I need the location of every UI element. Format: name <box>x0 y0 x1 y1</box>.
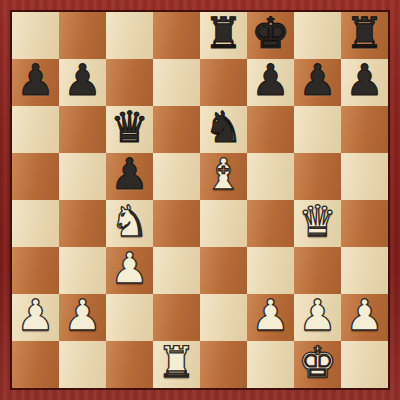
square-c1[interactable] <box>106 341 153 388</box>
square-a5[interactable] <box>12 153 59 200</box>
square-f6[interactable] <box>247 106 294 153</box>
square-a1[interactable] <box>12 341 59 388</box>
square-b5[interactable] <box>59 153 106 200</box>
square-c8[interactable] <box>106 12 153 59</box>
square-c4[interactable]: ♞ <box>106 200 153 247</box>
square-d4[interactable] <box>153 200 200 247</box>
square-b6[interactable] <box>59 106 106 153</box>
square-f1[interactable] <box>247 341 294 388</box>
square-g7[interactable]: ♟ <box>294 59 341 106</box>
square-g4[interactable]: ♛ <box>294 200 341 247</box>
square-b1[interactable] <box>59 341 106 388</box>
square-f2[interactable]: ♟ <box>247 294 294 341</box>
square-f3[interactable] <box>247 247 294 294</box>
black-pawn[interactable]: ♟ <box>16 59 55 102</box>
white-pawn[interactable]: ♟ <box>63 294 102 337</box>
square-f7[interactable]: ♟ <box>247 59 294 106</box>
black-pawn[interactable]: ♟ <box>63 59 102 102</box>
square-h3[interactable] <box>341 247 388 294</box>
square-h2[interactable]: ♟ <box>341 294 388 341</box>
square-g2[interactable]: ♟ <box>294 294 341 341</box>
black-pawn[interactable]: ♟ <box>251 59 290 102</box>
square-e7[interactable] <box>200 59 247 106</box>
square-d6[interactable] <box>153 106 200 153</box>
square-b3[interactable] <box>59 247 106 294</box>
square-b7[interactable]: ♟ <box>59 59 106 106</box>
white-pawn[interactable]: ♟ <box>110 247 149 290</box>
square-e5[interactable]: ♝ <box>200 153 247 200</box>
square-e4[interactable] <box>200 200 247 247</box>
white-pawn[interactable]: ♟ <box>298 294 337 337</box>
square-e8[interactable]: ♜ <box>200 12 247 59</box>
square-f8[interactable]: ♚ <box>247 12 294 59</box>
white-queen[interactable]: ♛ <box>298 200 337 243</box>
square-g1[interactable]: ♚ <box>294 341 341 388</box>
square-a4[interactable] <box>12 200 59 247</box>
black-queen[interactable]: ♛ <box>110 106 149 149</box>
square-e3[interactable] <box>200 247 247 294</box>
square-d2[interactable] <box>153 294 200 341</box>
square-f5[interactable] <box>247 153 294 200</box>
square-e2[interactable] <box>200 294 247 341</box>
square-d7[interactable] <box>153 59 200 106</box>
black-rook[interactable]: ♜ <box>204 12 243 55</box>
square-c7[interactable] <box>106 59 153 106</box>
square-c2[interactable] <box>106 294 153 341</box>
white-pawn[interactable]: ♟ <box>16 294 55 337</box>
square-a7[interactable]: ♟ <box>12 59 59 106</box>
white-rook[interactable]: ♜ <box>157 341 196 384</box>
square-g3[interactable] <box>294 247 341 294</box>
square-e1[interactable] <box>200 341 247 388</box>
square-d3[interactable] <box>153 247 200 294</box>
square-h4[interactable] <box>341 200 388 247</box>
square-h7[interactable]: ♟ <box>341 59 388 106</box>
square-b4[interactable] <box>59 200 106 247</box>
square-a3[interactable] <box>12 247 59 294</box>
square-d5[interactable] <box>153 153 200 200</box>
chessboard-frame: ♜♚♜♟♟♟♟♟♛♞♟♝♞♛♟♟♟♟♟♟♜♚ <box>0 0 400 400</box>
square-b8[interactable] <box>59 12 106 59</box>
square-c3[interactable]: ♟ <box>106 247 153 294</box>
square-h6[interactable] <box>341 106 388 153</box>
square-a2[interactable]: ♟ <box>12 294 59 341</box>
square-a6[interactable] <box>12 106 59 153</box>
square-h1[interactable] <box>341 341 388 388</box>
black-knight[interactable]: ♞ <box>204 106 243 149</box>
square-g6[interactable] <box>294 106 341 153</box>
white-bishop[interactable]: ♝ <box>204 153 243 196</box>
square-e6[interactable]: ♞ <box>200 106 247 153</box>
square-f4[interactable] <box>247 200 294 247</box>
white-pawn[interactable]: ♟ <box>251 294 290 337</box>
square-b2[interactable]: ♟ <box>59 294 106 341</box>
square-h8[interactable]: ♜ <box>341 12 388 59</box>
square-g8[interactable] <box>294 12 341 59</box>
white-knight[interactable]: ♞ <box>110 200 149 243</box>
white-king[interactable]: ♚ <box>298 341 337 384</box>
white-pawn[interactable]: ♟ <box>345 294 384 337</box>
square-h5[interactable] <box>341 153 388 200</box>
black-rook[interactable]: ♜ <box>345 12 384 55</box>
black-pawn[interactable]: ♟ <box>345 59 384 102</box>
square-g5[interactable] <box>294 153 341 200</box>
black-pawn[interactable]: ♟ <box>110 153 149 196</box>
square-c6[interactable]: ♛ <box>106 106 153 153</box>
square-c5[interactable]: ♟ <box>106 153 153 200</box>
square-d1[interactable]: ♜ <box>153 341 200 388</box>
black-pawn[interactable]: ♟ <box>298 59 337 102</box>
chessboard: ♜♚♜♟♟♟♟♟♛♞♟♝♞♛♟♟♟♟♟♟♜♚ <box>10 10 390 390</box>
square-a8[interactable] <box>12 12 59 59</box>
black-king[interactable]: ♚ <box>251 12 290 55</box>
square-d8[interactable] <box>153 12 200 59</box>
